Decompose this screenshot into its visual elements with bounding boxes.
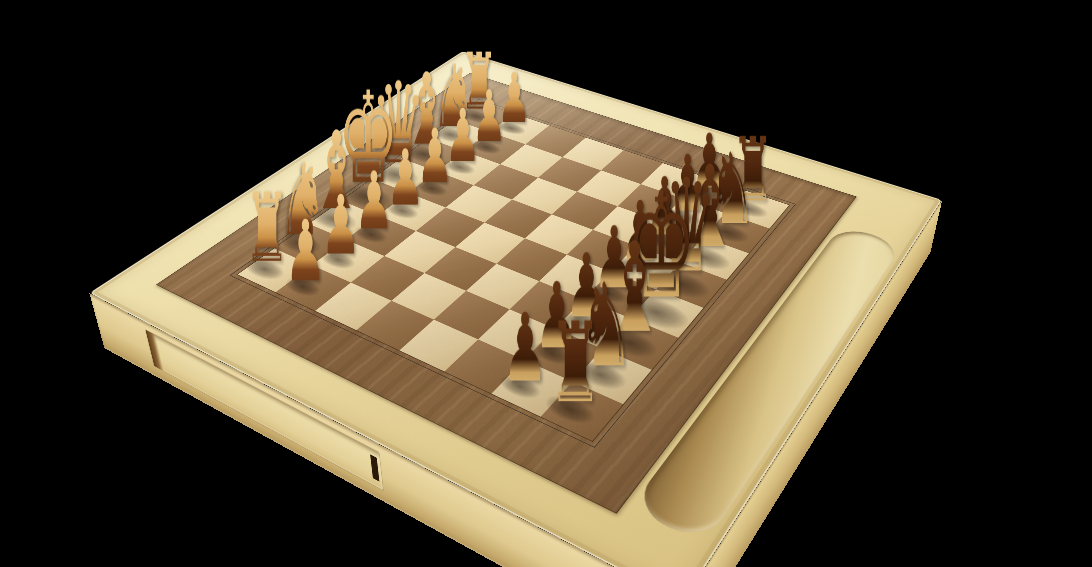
black-rook-glyph: ♜ (494, 307, 656, 417)
chess-box-top: ♜♞♝♛♚♝♞♜♟♟♟♟♟♟♟♟♟♟♟♟♟♟♟♟♜♞♝♛♚♝♞♜ (89, 51, 942, 567)
photo-scene: ♜♞♝♛♚♝♞♜♟♟♟♟♟♟♟♟♟♟♟♟♟♟♟♟♜♞♝♛♚♝♞♜ (0, 0, 1092, 567)
white-pawn-glyph: ♟ (235, 208, 377, 293)
